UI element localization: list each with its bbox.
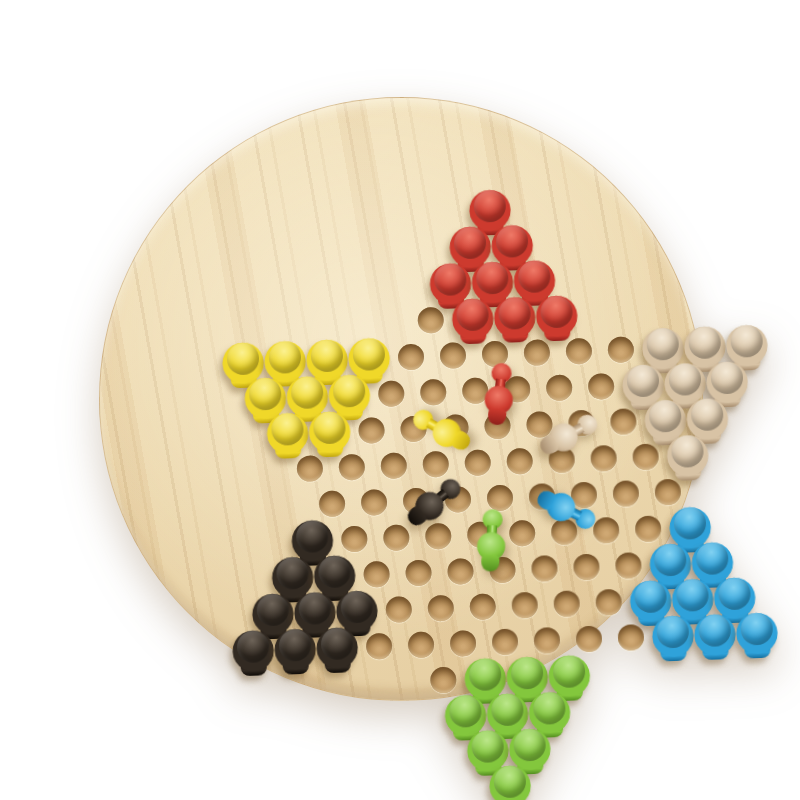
hole-r11-p4[interactable] xyxy=(405,559,432,586)
peg-black[interactable]: ● xyxy=(320,630,355,673)
hole-r6-p9[interactable] xyxy=(588,373,615,400)
hole-r7-p9[interactable] xyxy=(610,408,637,435)
peg-red[interactable]: ● xyxy=(539,298,574,341)
hole-r10-p3[interactable] xyxy=(383,524,410,551)
hole-r12-p8[interactable] xyxy=(553,590,580,617)
hole-r12-p5[interactable] xyxy=(427,595,454,622)
hole-r8-p2[interactable] xyxy=(338,454,365,481)
peg-yellow[interactable]: ● xyxy=(270,416,305,459)
hole-r5-p9[interactable] xyxy=(565,338,592,365)
hole-r13-p5[interactable] xyxy=(408,631,435,658)
hole-r8-p5[interactable] xyxy=(464,449,491,476)
loose-peg-yellow[interactable] xyxy=(406,400,477,460)
hole-r4-p1[interactable] xyxy=(417,307,444,334)
hole-r5-p8[interactable] xyxy=(524,339,551,366)
chinese-checkers-board: ●●●●●●●●●●●●●●●●●●●●●●●●●●●●●●●●●●●●●●●●… xyxy=(99,97,703,701)
hole-r8-p9[interactable] xyxy=(632,443,659,470)
peg-yellow[interactable]: ● xyxy=(312,414,347,457)
hole-r11-p8[interactable] xyxy=(573,554,600,581)
loose-peg-green[interactable] xyxy=(473,508,510,572)
peg-blue[interactable]: ● xyxy=(739,616,774,659)
peg-green[interactable]: ● xyxy=(492,768,527,800)
hole-r13-p4[interactable] xyxy=(366,633,393,660)
hole-r9-p5[interactable] xyxy=(487,485,514,512)
hole-r12-p7[interactable] xyxy=(511,592,538,619)
hole-r10-p8[interactable] xyxy=(593,517,620,544)
hole-r5-p5[interactable] xyxy=(398,344,425,371)
hole-r13-p10[interactable] xyxy=(618,624,645,651)
hole-r8-p8[interactable] xyxy=(590,445,617,472)
hole-r12-p9[interactable] xyxy=(595,589,622,616)
hole-r7-p3[interactable] xyxy=(358,417,385,444)
hole-r9-p8[interactable] xyxy=(612,480,639,507)
peg-base xyxy=(487,408,507,426)
hole-r8-p1[interactable] xyxy=(296,455,323,482)
loose-peg-red[interactable] xyxy=(479,361,519,426)
peg-base xyxy=(481,555,500,572)
hole-r6-p4[interactable] xyxy=(378,380,405,407)
hole-r12-p6[interactable] xyxy=(469,593,496,620)
hole-r8-p6[interactable] xyxy=(506,448,533,475)
peg-black[interactable]: ● xyxy=(236,633,271,676)
peg-natural[interactable]: ● xyxy=(670,438,705,481)
peg-red[interactable]: ● xyxy=(455,301,490,344)
hole-r11-p5[interactable] xyxy=(447,558,474,585)
hole-r6-p8[interactable] xyxy=(546,374,573,401)
hole-r10-p6[interactable] xyxy=(509,520,536,547)
peg-blue[interactable]: ● xyxy=(697,617,732,660)
hole-r5-p6[interactable] xyxy=(440,342,467,369)
hole-r9-p2[interactable] xyxy=(361,489,388,516)
hole-r8-p3[interactable] xyxy=(380,452,407,479)
peg-black[interactable]: ● xyxy=(278,632,313,675)
product-photo-stage: ●●●●●●●●●●●●●●●●●●●●●●●●●●●●●●●●●●●●●●●●… xyxy=(0,0,800,800)
peg-red[interactable]: ● xyxy=(497,300,532,343)
star-layer: ●●●●●●●●●●●●●●●●●●●●●●●●●●●●●●●●●●●●●●●●… xyxy=(86,91,709,714)
hole-r12-p4[interactable] xyxy=(385,596,412,623)
peg-blue[interactable]: ● xyxy=(655,618,690,661)
hole-r11-p7[interactable] xyxy=(531,555,558,582)
